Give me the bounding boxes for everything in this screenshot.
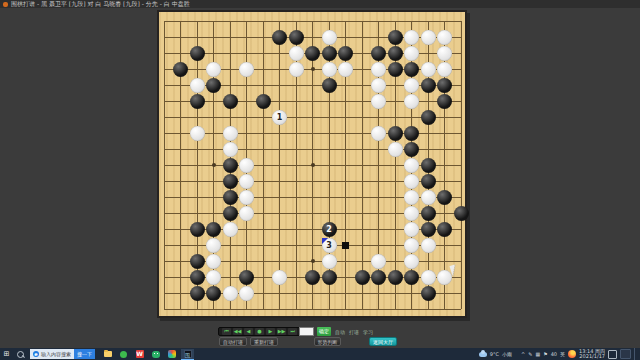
board-cell[interactable] xyxy=(189,45,206,61)
board-cell[interactable] xyxy=(420,237,437,253)
board-cell[interactable] xyxy=(222,221,239,237)
board-cell[interactable] xyxy=(189,221,206,237)
board-cell[interactable] xyxy=(172,13,189,29)
board-cell[interactable] xyxy=(205,61,222,77)
board-cell[interactable] xyxy=(288,109,305,125)
board-cell[interactable] xyxy=(222,109,239,125)
nav-button[interactable]: ▶ xyxy=(266,328,275,335)
board-cell[interactable] xyxy=(288,173,305,189)
board-cell[interactable] xyxy=(288,13,305,29)
board-cell[interactable] xyxy=(370,301,387,317)
mode-label[interactable]: 自动 xyxy=(335,329,345,335)
board-cell[interactable] xyxy=(304,29,321,45)
tray-icon[interactable]: ✎ xyxy=(528,351,532,357)
nav-button[interactable]: ◀◀ xyxy=(233,328,242,335)
board-cell[interactable] xyxy=(304,125,321,141)
board-cell[interactable] xyxy=(403,29,420,45)
board-cell[interactable] xyxy=(222,189,239,205)
board-cell[interactable] xyxy=(172,221,189,237)
board-cell[interactable] xyxy=(238,157,255,173)
board-cell[interactable] xyxy=(189,61,206,77)
board-cell[interactable] xyxy=(420,13,437,29)
board-cell[interactable] xyxy=(238,237,255,253)
board-cell[interactable] xyxy=(156,269,173,285)
board-cell[interactable] xyxy=(255,237,272,253)
board-cell[interactable] xyxy=(387,285,404,301)
board-cell[interactable] xyxy=(288,221,305,237)
board-cell[interactable] xyxy=(420,141,437,157)
board-cell[interactable] xyxy=(189,269,206,285)
board-cell[interactable] xyxy=(354,13,371,29)
board-cell[interactable] xyxy=(205,77,222,93)
board-cell[interactable] xyxy=(255,109,272,125)
board-cell[interactable] xyxy=(304,77,321,93)
taskbar-app-wechat[interactable] xyxy=(149,349,162,360)
board-cell[interactable] xyxy=(189,141,206,157)
board-cell[interactable] xyxy=(387,109,404,125)
board-cell[interactable] xyxy=(370,13,387,29)
board-cell[interactable] xyxy=(238,61,255,77)
board-cell[interactable] xyxy=(156,157,173,173)
board-cell[interactable] xyxy=(403,157,420,173)
board-cell[interactable] xyxy=(403,77,420,93)
board-cell[interactable] xyxy=(288,157,305,173)
tray-app-icon[interactable] xyxy=(620,349,631,359)
board-cell[interactable] xyxy=(271,237,288,253)
board-cell[interactable] xyxy=(354,157,371,173)
board-cell[interactable] xyxy=(370,205,387,221)
board-cell[interactable] xyxy=(255,269,272,285)
board-cell[interactable] xyxy=(271,77,288,93)
board-cell[interactable] xyxy=(403,93,420,109)
board-cell[interactable] xyxy=(354,29,371,45)
board-cell[interactable] xyxy=(222,269,239,285)
board-cell[interactable] xyxy=(420,157,437,173)
nav-button[interactable]: ▶▶ xyxy=(277,328,286,335)
board-cell[interactable] xyxy=(370,61,387,77)
board-cell[interactable] xyxy=(238,29,255,45)
board-cell[interactable] xyxy=(189,189,206,205)
board-cell[interactable] xyxy=(189,109,206,125)
board-cell[interactable] xyxy=(436,109,453,125)
board-cell[interactable] xyxy=(304,221,321,237)
board-cell[interactable] xyxy=(387,189,404,205)
board-cell[interactable] xyxy=(387,173,404,189)
board-cell[interactable] xyxy=(304,13,321,29)
board-cell[interactable] xyxy=(436,125,453,141)
board-cell[interactable] xyxy=(321,109,338,125)
board-cell[interactable] xyxy=(172,189,189,205)
board-cell[interactable] xyxy=(304,205,321,221)
tray-expand-icon[interactable]: ^ xyxy=(521,351,525,357)
nav-button[interactable]: ⏮ xyxy=(222,328,231,335)
board-cell[interactable] xyxy=(222,93,239,109)
board-cell[interactable] xyxy=(238,173,255,189)
board-cell[interactable] xyxy=(156,77,173,93)
board-cell[interactable] xyxy=(304,45,321,61)
board-cell[interactable] xyxy=(387,77,404,93)
board-cell[interactable] xyxy=(271,269,288,285)
board-cell[interactable] xyxy=(337,109,354,125)
board-cell[interactable] xyxy=(420,29,437,45)
board-cell[interactable] xyxy=(222,29,239,45)
board-cell[interactable] xyxy=(255,301,272,317)
board-cell[interactable] xyxy=(337,93,354,109)
board-cell[interactable] xyxy=(354,269,371,285)
board-cell[interactable] xyxy=(387,93,404,109)
taskbar-app-go-app[interactable]: 围 xyxy=(181,349,194,360)
board-cell[interactable] xyxy=(205,29,222,45)
board-cell[interactable] xyxy=(288,253,305,269)
board-cell[interactable] xyxy=(255,141,272,157)
board-cell[interactable] xyxy=(370,253,387,269)
board-cell[interactable] xyxy=(288,205,305,221)
board-cell[interactable] xyxy=(304,109,321,125)
board-cell[interactable] xyxy=(453,221,470,237)
board-cell[interactable] xyxy=(436,205,453,221)
board-cell[interactable] xyxy=(453,189,470,205)
board-cell[interactable] xyxy=(205,189,222,205)
board-cell[interactable] xyxy=(156,125,173,141)
tray-icon[interactable]: ▦ xyxy=(535,351,540,357)
move-counter-input[interactable] xyxy=(299,327,314,336)
board-cell[interactable] xyxy=(370,157,387,173)
board-cell[interactable] xyxy=(271,61,288,77)
board-cell[interactable] xyxy=(436,189,453,205)
board-cell[interactable] xyxy=(321,301,338,317)
board-cell[interactable] xyxy=(321,285,338,301)
board-cell[interactable] xyxy=(172,205,189,221)
board-cell[interactable] xyxy=(337,61,354,77)
board-cell[interactable] xyxy=(156,205,173,221)
board-cell[interactable] xyxy=(354,93,371,109)
board-cell[interactable] xyxy=(156,29,173,45)
board-cell[interactable] xyxy=(156,301,173,317)
board-cell[interactable] xyxy=(403,221,420,237)
board-cell[interactable] xyxy=(420,61,437,77)
board-cell[interactable] xyxy=(288,61,305,77)
board-cell[interactable] xyxy=(337,125,354,141)
board-cell[interactable] xyxy=(172,173,189,189)
board-cell[interactable] xyxy=(222,157,239,173)
board-cell[interactable] xyxy=(337,157,354,173)
board-cell[interactable] xyxy=(354,45,371,61)
nav-button[interactable]: ◀ xyxy=(244,328,253,335)
board-cell[interactable] xyxy=(205,109,222,125)
board-cell[interactable] xyxy=(172,157,189,173)
board-cell[interactable] xyxy=(304,237,321,253)
board-cell[interactable] xyxy=(172,125,189,141)
board-cell[interactable] xyxy=(321,13,338,29)
taskbar-app-green-app[interactable] xyxy=(117,349,130,360)
board-cell[interactable] xyxy=(205,205,222,221)
board-cell[interactable] xyxy=(387,141,404,157)
board-cell[interactable] xyxy=(453,45,470,61)
board-cell[interactable] xyxy=(172,285,189,301)
board-cell[interactable] xyxy=(172,109,189,125)
board-cell[interactable] xyxy=(321,29,338,45)
board-cell[interactable] xyxy=(337,141,354,157)
board-cell[interactable] xyxy=(387,205,404,221)
board-cell[interactable] xyxy=(255,253,272,269)
board-cell[interactable] xyxy=(387,237,404,253)
board-cell[interactable] xyxy=(387,29,404,45)
board-cell[interactable] xyxy=(370,189,387,205)
board-cell[interactable] xyxy=(321,253,338,269)
board-cell[interactable] xyxy=(255,61,272,77)
board-cell[interactable] xyxy=(271,173,288,189)
board-cell[interactable] xyxy=(420,301,437,317)
board-cell[interactable] xyxy=(453,141,470,157)
board-cell[interactable] xyxy=(403,109,420,125)
tray-icon[interactable]: ⚑ xyxy=(543,351,547,357)
board-cell[interactable] xyxy=(222,173,239,189)
board-cell[interactable] xyxy=(387,13,404,29)
board-cell[interactable] xyxy=(354,125,371,141)
board-cell[interactable] xyxy=(271,93,288,109)
board-cell[interactable] xyxy=(453,29,470,45)
board-cell[interactable] xyxy=(337,253,354,269)
board-cell[interactable] xyxy=(403,13,420,29)
board-cell[interactable] xyxy=(337,29,354,45)
board-cell[interactable] xyxy=(403,173,420,189)
board-cell[interactable] xyxy=(271,253,288,269)
board-cell[interactable] xyxy=(255,93,272,109)
board-cell[interactable] xyxy=(304,189,321,205)
board-cell[interactable] xyxy=(403,285,420,301)
board-cell[interactable] xyxy=(156,141,173,157)
board-cell[interactable] xyxy=(321,189,338,205)
board-cell[interactable] xyxy=(189,253,206,269)
board-cell[interactable] xyxy=(222,253,239,269)
board-cell[interactable] xyxy=(271,141,288,157)
board-cell[interactable] xyxy=(321,125,338,141)
tray-icon[interactable]: 40 xyxy=(551,351,557,357)
board-cell[interactable] xyxy=(436,141,453,157)
board-cell[interactable] xyxy=(453,237,470,253)
board-cell[interactable] xyxy=(172,77,189,93)
board-cell[interactable] xyxy=(271,301,288,317)
board-cell[interactable] xyxy=(304,141,321,157)
show-desktop-button[interactable] xyxy=(634,348,637,360)
board-cell[interactable] xyxy=(337,237,354,253)
taskbar-app-file-explorer[interactable] xyxy=(101,349,114,360)
board-cell[interactable] xyxy=(387,301,404,317)
board-cell[interactable] xyxy=(453,285,470,301)
board-cell[interactable] xyxy=(156,221,173,237)
auto-replay-button[interactable]: 自动打谱 xyxy=(219,337,247,346)
board-cell[interactable] xyxy=(403,141,420,157)
board-cell[interactable] xyxy=(222,205,239,221)
board-cell[interactable] xyxy=(321,205,338,221)
board-cell[interactable] xyxy=(354,109,371,125)
board-cell[interactable] xyxy=(387,125,404,141)
board-cell[interactable] xyxy=(222,45,239,61)
board-cell[interactable] xyxy=(420,45,437,61)
board-cell[interactable] xyxy=(354,237,371,253)
board-cell[interactable] xyxy=(420,173,437,189)
board-cell[interactable] xyxy=(436,221,453,237)
board-cell[interactable] xyxy=(354,301,371,317)
board-cell[interactable] xyxy=(156,61,173,77)
board-cell[interactable] xyxy=(255,13,272,29)
board-cell[interactable] xyxy=(370,77,387,93)
board-cell[interactable] xyxy=(453,77,470,93)
nav-button[interactable]: ● xyxy=(255,328,264,335)
board-cell[interactable] xyxy=(238,269,255,285)
nav-button[interactable]: ⏭ xyxy=(288,328,297,335)
board-cell[interactable] xyxy=(403,45,420,61)
board-cell[interactable] xyxy=(172,45,189,61)
board-cell[interactable] xyxy=(205,141,222,157)
board-cell[interactable] xyxy=(436,301,453,317)
board-cell[interactable] xyxy=(156,109,173,125)
board-cell[interactable] xyxy=(354,173,371,189)
board-cell[interactable] xyxy=(337,45,354,61)
board-cell[interactable] xyxy=(354,77,371,93)
board-cell[interactable] xyxy=(321,77,338,93)
board-cell[interactable] xyxy=(205,13,222,29)
board-cell[interactable] xyxy=(156,173,173,189)
back-to-lobby-button[interactable]: 返回大厅 xyxy=(369,337,397,346)
board-cell[interactable] xyxy=(255,205,272,221)
board-cell[interactable] xyxy=(453,157,470,173)
board-cell[interactable] xyxy=(403,237,420,253)
board-cell[interactable] xyxy=(238,13,255,29)
board-cell[interactable] xyxy=(156,13,173,29)
start-button[interactable]: ⊞ xyxy=(0,348,13,360)
board-cell[interactable] xyxy=(156,237,173,253)
tray-icon[interactable]: 英 xyxy=(560,351,565,357)
board-cell[interactable] xyxy=(420,125,437,141)
board-cell[interactable] xyxy=(271,157,288,173)
board-cell[interactable] xyxy=(222,61,239,77)
board-cell[interactable] xyxy=(354,189,371,205)
board-cell[interactable] xyxy=(420,221,437,237)
board-cell[interactable] xyxy=(288,141,305,157)
board-cell[interactable] xyxy=(453,301,470,317)
board-cell[interactable] xyxy=(304,301,321,317)
board-cell[interactable] xyxy=(304,173,321,189)
board-cell[interactable] xyxy=(271,125,288,141)
board-cell[interactable] xyxy=(238,301,255,317)
board-cell[interactable] xyxy=(205,253,222,269)
board-cell[interactable] xyxy=(370,109,387,125)
board-cell[interactable] xyxy=(189,285,206,301)
taskbar-app-misc-app[interactable] xyxy=(165,349,178,360)
board-cell[interactable] xyxy=(436,285,453,301)
board-cell[interactable] xyxy=(172,61,189,77)
board-cell[interactable] xyxy=(453,13,470,29)
board-cell[interactable] xyxy=(271,29,288,45)
board-cell[interactable] xyxy=(156,93,173,109)
board-cell[interactable] xyxy=(387,61,404,77)
board-cell[interactable] xyxy=(271,13,288,29)
board-cell[interactable] xyxy=(420,93,437,109)
board-cell[interactable] xyxy=(288,77,305,93)
board-cell[interactable] xyxy=(453,61,470,77)
board-cell[interactable] xyxy=(321,93,338,109)
board-cell[interactable] xyxy=(436,173,453,189)
board-cell[interactable] xyxy=(288,269,305,285)
board-cell[interactable] xyxy=(436,157,453,173)
board-cell[interactable] xyxy=(271,285,288,301)
board-cell[interactable] xyxy=(205,269,222,285)
board-cell[interactable] xyxy=(304,253,321,269)
board-cell[interactable] xyxy=(304,157,321,173)
board-cell[interactable] xyxy=(255,173,272,189)
board-cell[interactable] xyxy=(420,285,437,301)
board-cell[interactable] xyxy=(288,285,305,301)
board-cell[interactable] xyxy=(436,29,453,45)
board-cell[interactable] xyxy=(288,189,305,205)
board-cell[interactable] xyxy=(420,189,437,205)
board-cell[interactable] xyxy=(403,61,420,77)
board-cell[interactable] xyxy=(222,77,239,93)
board-cell[interactable] xyxy=(453,93,470,109)
board-cell[interactable] xyxy=(304,61,321,77)
board-cell[interactable] xyxy=(288,93,305,109)
board-cell[interactable] xyxy=(271,221,288,237)
board-cell[interactable] xyxy=(337,301,354,317)
board-cell[interactable] xyxy=(387,221,404,237)
board-cell[interactable] xyxy=(370,125,387,141)
board-cell[interactable] xyxy=(238,141,255,157)
board-cell[interactable] xyxy=(189,29,206,45)
board-cell[interactable] xyxy=(387,269,404,285)
board-cell[interactable] xyxy=(255,45,272,61)
board-cell[interactable] xyxy=(255,221,272,237)
board-cell[interactable] xyxy=(304,269,321,285)
search-icon[interactable] xyxy=(17,351,24,358)
board-cell[interactable] xyxy=(205,221,222,237)
board-cell[interactable] xyxy=(354,253,371,269)
board-cell[interactable] xyxy=(337,173,354,189)
confirm-button[interactable]: 确定 xyxy=(317,327,331,336)
board-cell[interactable] xyxy=(205,45,222,61)
board-cell[interactable] xyxy=(172,29,189,45)
board-cell[interactable] xyxy=(255,285,272,301)
board-cell[interactable] xyxy=(337,205,354,221)
notification-icon[interactable] xyxy=(608,350,617,359)
board-cell[interactable] xyxy=(337,13,354,29)
board-cell[interactable] xyxy=(370,221,387,237)
board-cell[interactable] xyxy=(255,157,272,173)
board-cell[interactable] xyxy=(321,141,338,157)
board-cell[interactable] xyxy=(321,61,338,77)
board-cell[interactable] xyxy=(238,77,255,93)
board-cell[interactable] xyxy=(205,285,222,301)
board-cell[interactable] xyxy=(436,13,453,29)
board-cell[interactable] xyxy=(288,237,305,253)
taskbar-clock[interactable]: 13:14 周四 2021/1/17 xyxy=(579,349,605,360)
board-cell[interactable] xyxy=(370,285,387,301)
board-cell[interactable] xyxy=(370,269,387,285)
board-cell[interactable] xyxy=(436,61,453,77)
board-cell[interactable] xyxy=(288,29,305,45)
board-cell[interactable] xyxy=(387,157,404,173)
board-cell[interactable] xyxy=(189,125,206,141)
taskbar-search-box[interactable]: e 输入内容搜索 xyxy=(30,349,74,359)
mode-label[interactable]: 打谱 xyxy=(349,329,359,335)
board-cell[interactable] xyxy=(255,29,272,45)
score-estimate-button[interactable]: 形势判断 xyxy=(314,337,341,346)
board-cell[interactable] xyxy=(205,93,222,109)
board-cell[interactable] xyxy=(420,253,437,269)
board-cell[interactable] xyxy=(354,141,371,157)
board-cell[interactable] xyxy=(370,141,387,157)
board-cell[interactable] xyxy=(189,93,206,109)
